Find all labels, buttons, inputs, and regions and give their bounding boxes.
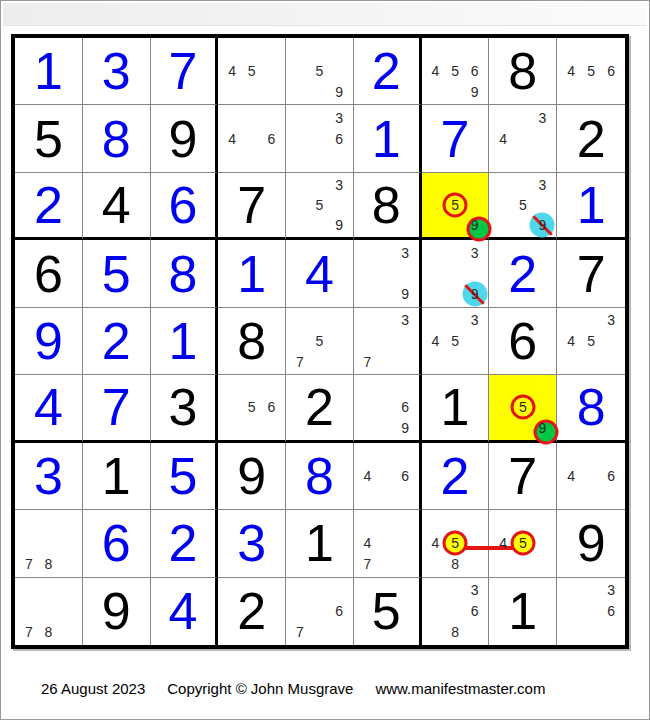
candidate-pos-1: [19, 512, 39, 533]
cell-r1c5[interactable]: 59: [286, 38, 354, 105]
cell-r9c7[interactable]: 368: [422, 578, 490, 645]
candidate-pos-3: 3: [601, 310, 621, 331]
cell-r6c3[interactable]: 3: [151, 375, 219, 442]
candidate-pos-1: [290, 175, 310, 195]
candidate-pos-9: [58, 554, 78, 575]
candidate-pos-7: [426, 351, 446, 372]
candidate-pos-5: [377, 263, 396, 284]
given-digit: 7: [508, 450, 537, 502]
candidate-digit: 4: [432, 63, 440, 79]
candidate-pos-5: 5: [513, 533, 533, 554]
candidate-pos-3: 3: [601, 580, 621, 601]
candidate-pos-2: [310, 310, 330, 331]
candidate-pos-9: [465, 622, 485, 643]
candidate-pos-1: [222, 377, 242, 397]
candidate-digit: 7: [363, 556, 371, 572]
candidate-pos-2: [242, 40, 262, 61]
cell-r8c8[interactable]: 45: [489, 510, 557, 577]
candidate-pos-3: 3: [396, 242, 415, 263]
candidate-digit: 3: [607, 582, 615, 598]
candidate-pos-7: [561, 82, 581, 103]
candidate-pos-2: [445, 310, 465, 331]
solved-digit: 5: [102, 248, 131, 300]
candidate-pos-9: 9: [329, 215, 349, 235]
candidate-grid: 78: [15, 510, 82, 576]
cell-r3c6[interactable]: 8: [354, 173, 422, 240]
cell-r4c9[interactable]: 7: [557, 240, 625, 307]
cell-r2c1[interactable]: 5: [15, 105, 83, 172]
candidate-pos-9: [396, 554, 415, 575]
candidate-pos-7: [493, 215, 513, 235]
cell-r2c4[interactable]: 46: [218, 105, 286, 172]
candidate-grid: 345: [422, 308, 489, 374]
candidate-pos-1: [222, 107, 242, 128]
candidate-digit: 6: [401, 399, 409, 415]
candidate-pos-5: [242, 128, 262, 149]
candidate-pos-8: [377, 486, 396, 507]
cell-r8c4[interactable]: 3: [218, 510, 286, 577]
candidate-pos-9: 9: [533, 215, 553, 235]
cell-r4c5[interactable]: 4: [286, 240, 354, 307]
candidate-pos-9: [601, 622, 621, 643]
cell-r3c8[interactable]: 359: [489, 173, 557, 240]
candidate-pos-1: [493, 512, 513, 533]
candidate-pos-7: [426, 284, 446, 305]
candidate-digit: 4: [228, 131, 236, 147]
candidate-digit: 4: [499, 535, 507, 551]
cell-r9c2[interactable]: 9: [83, 578, 151, 645]
candidate-pos-1: [426, 40, 446, 61]
cell-r3c9[interactable]: 1: [557, 173, 625, 240]
candidate-pos-6: [601, 331, 621, 352]
candidate-pos-7: [493, 418, 513, 438]
cell-r9c6[interactable]: 5: [354, 578, 422, 645]
candidate-pos-5: 5: [513, 195, 533, 215]
cell-r8c6[interactable]: 47: [354, 510, 422, 577]
candidate-pos-8: [445, 215, 465, 235]
cell-r4c2[interactable]: 5: [83, 240, 151, 307]
given-digit: 3: [168, 381, 197, 433]
cell-r8c7[interactable]: 458: [422, 510, 490, 577]
candidate-pos-3: [396, 445, 415, 466]
candidate-pos-4: [358, 397, 377, 417]
cell-r3c7[interactable]: 59: [422, 173, 490, 240]
solved-digit: 6: [102, 517, 131, 569]
candidate-pos-3: [329, 310, 349, 331]
solved-digit: 1: [168, 315, 197, 367]
candidate-pos-3: [262, 107, 282, 128]
candidate-pos-1: [290, 107, 310, 128]
cell-r7c9[interactable]: 46: [557, 443, 625, 510]
candidate-pos-5: 5: [445, 195, 465, 215]
candidate-pos-9: [533, 554, 553, 575]
candidate-pos-2: [445, 40, 465, 61]
candidate-digit: 6: [267, 399, 275, 415]
cell-r5c8[interactable]: 6: [489, 308, 557, 375]
candidate-digit: 9: [335, 217, 343, 233]
candidate-digit: 5: [451, 197, 459, 213]
candidate-pos-3: [396, 512, 415, 533]
candidate-pos-6: [58, 533, 78, 554]
candidate-pos-1: [493, 175, 513, 195]
candidate-pos-5: [377, 533, 396, 554]
candidate-pos-7: 7: [358, 351, 377, 372]
candidate-pos-5: 5: [513, 397, 533, 417]
candidate-pos-9: 9: [533, 418, 553, 438]
candidate-pos-3: [329, 580, 349, 601]
app-window: 1374559245698456589463617342246735985935…: [0, 0, 650, 720]
footer: 26 August 2023Copyright © John Musgravew…: [41, 680, 567, 697]
candidate-pos-1: [561, 445, 581, 466]
candidate-pos-4: 4: [222, 61, 242, 82]
candidate-digit: 8: [44, 556, 52, 572]
candidate-pos-9: [533, 149, 553, 170]
candidate-pos-7: [358, 284, 377, 305]
candidate-digit: 9: [471, 286, 479, 302]
footer-copyright: Copyright © John Musgrave: [167, 680, 353, 697]
cell-r7c1[interactable]: 3: [15, 443, 83, 510]
candidate-pos-5: [39, 601, 59, 622]
candidate-pos-5: 5: [310, 331, 330, 352]
cell-r6c6[interactable]: 69: [354, 375, 422, 442]
candidate-pos-4: 4: [358, 465, 377, 486]
cell-r5c6[interactable]: 37: [354, 308, 422, 375]
cell-r6c4[interactable]: 56: [218, 375, 286, 442]
candidate-digit: 5: [451, 333, 459, 349]
solved-digit: 4: [305, 248, 334, 300]
candidate-grid: 59: [422, 173, 489, 237]
given-digit: 1: [441, 381, 470, 433]
cell-r8c1[interactable]: 78: [15, 510, 83, 577]
cell-r2c5[interactable]: 36: [286, 105, 354, 172]
candidate-pos-8: [310, 351, 330, 372]
solved-digit: 6: [168, 179, 197, 231]
candidate-pos-2: [581, 445, 601, 466]
cell-r6c7[interactable]: 1: [422, 375, 490, 442]
candidate-pos-2: [377, 310, 396, 331]
solved-digit: 2: [34, 179, 63, 231]
candidate-pos-3: 3: [465, 580, 485, 601]
candidate-pos-7: [290, 215, 310, 235]
candidate-pos-6: [396, 331, 415, 352]
cell-r9c1[interactable]: 78: [15, 578, 83, 645]
cell-r9c3[interactable]: 4: [151, 578, 219, 645]
candidate-pos-3: [465, 175, 485, 195]
solved-digit: 2: [441, 450, 470, 502]
candidate-pos-6: 6: [396, 465, 415, 486]
candidate-digit: 5: [519, 197, 527, 213]
candidate-digit: 6: [471, 63, 479, 79]
candidate-pos-8: [310, 149, 330, 170]
candidate-digit: 3: [539, 177, 547, 193]
candidate-pos-1: [561, 580, 581, 601]
cell-r4c3[interactable]: 8: [151, 240, 219, 307]
candidate-digit: 5: [451, 535, 459, 551]
candidate-pos-9: [396, 351, 415, 372]
solved-digit: 3: [102, 45, 131, 97]
candidate-pos-7: 7: [358, 554, 377, 575]
candidate-pos-8: 8: [445, 554, 465, 575]
candidate-pos-9: [329, 622, 349, 643]
candidate-digit: 8: [451, 624, 459, 640]
cell-r2c2[interactable]: 8: [83, 105, 151, 172]
cell-r5c9[interactable]: 345: [557, 308, 625, 375]
candidate-pos-5: 5: [242, 61, 262, 82]
candidate-grid: 56: [218, 375, 285, 439]
candidate-pos-3: [58, 512, 78, 533]
cell-r5c1[interactable]: 9: [15, 308, 83, 375]
candidate-grid: 67: [286, 578, 353, 645]
candidate-pos-3: 3: [465, 242, 485, 263]
cell-r7c8[interactable]: 7: [489, 443, 557, 510]
cell-r1c3[interactable]: 7: [151, 38, 219, 105]
candidate-pos-9: [601, 82, 621, 103]
cell-r9c8[interactable]: 1: [489, 578, 557, 645]
cell-r2c9[interactable]: 2: [557, 105, 625, 172]
candidate-grid: 57: [286, 308, 353, 374]
candidate-pos-4: 4: [222, 128, 242, 149]
candidate-pos-1: [358, 310, 377, 331]
candidate-pos-5: [581, 601, 601, 622]
candidate-pos-2: [242, 377, 262, 397]
cell-r8c2[interactable]: 6: [83, 510, 151, 577]
candidate-digit: 4: [228, 63, 236, 79]
cell-r4c4[interactable]: 1: [218, 240, 286, 307]
cell-r1c2[interactable]: 3: [83, 38, 151, 105]
cell-r1c4[interactable]: 45: [218, 38, 286, 105]
cell-r4c8[interactable]: 2: [489, 240, 557, 307]
given-digit: 1: [305, 517, 334, 569]
candidate-pos-7: [561, 486, 581, 507]
candidate-grid: 34: [489, 105, 556, 171]
candidate-pos-3: 3: [329, 175, 349, 195]
solved-digit: 3: [237, 517, 266, 569]
candidate-pos-5: 5: [242, 397, 262, 417]
candidate-pos-8: [377, 418, 396, 438]
given-digit: 9: [168, 113, 197, 165]
cell-r3c4[interactable]: 7: [218, 173, 286, 240]
candidate-pos-6: 6: [465, 61, 485, 82]
cell-r1c8[interactable]: 8: [489, 38, 557, 105]
cell-r4c1[interactable]: 6: [15, 240, 83, 307]
candidate-pos-7: [358, 418, 377, 438]
candidate-digit: 5: [248, 63, 256, 79]
candidate-digit: 9: [401, 286, 409, 302]
candidate-digit: 4: [567, 63, 575, 79]
candidate-pos-8: [310, 82, 330, 103]
cell-r7c5[interactable]: 8: [286, 443, 354, 510]
given-digit: 1: [508, 585, 537, 637]
cell-r7c6[interactable]: 46: [354, 443, 422, 510]
candidate-grid: 46: [354, 443, 419, 509]
cell-r3c2[interactable]: 4: [83, 173, 151, 240]
candidate-pos-9: 9: [465, 284, 485, 305]
cell-r2c7[interactable]: 7: [422, 105, 490, 172]
cell-r7c7[interactable]: 2: [422, 443, 490, 510]
candidate-pos-8: [310, 622, 330, 643]
candidate-digit: 5: [451, 63, 459, 79]
cell-r9c5[interactable]: 67: [286, 578, 354, 645]
cell-r3c1[interactable]: 2: [15, 173, 83, 240]
candidate-pos-5: [513, 128, 533, 149]
cell-r1c6[interactable]: 2: [354, 38, 422, 105]
candidate-pos-6: [465, 533, 485, 554]
candidate-pos-1: [358, 377, 377, 397]
candidate-digit: 9: [335, 84, 343, 100]
candidate-pos-2: [310, 40, 330, 61]
candidate-digit: 6: [607, 603, 615, 619]
cell-r7c3[interactable]: 5: [151, 443, 219, 510]
candidate-pos-5: 5: [581, 331, 601, 352]
candidate-grid: 59: [489, 375, 556, 439]
candidate-digit: 7: [25, 624, 33, 640]
candidate-pos-7: [222, 418, 242, 438]
candidate-pos-4: 4: [426, 331, 446, 352]
candidate-pos-2: [445, 512, 465, 533]
cell-r1c9[interactable]: 456: [557, 38, 625, 105]
candidate-pos-4: 4: [561, 331, 581, 352]
cell-r4c7[interactable]: 39: [422, 240, 490, 307]
solved-digit: 7: [168, 45, 197, 97]
candidate-pos-8: [310, 215, 330, 235]
candidate-digit: 3: [335, 177, 343, 193]
candidate-pos-4: 4: [426, 61, 446, 82]
candidate-pos-3: [262, 40, 282, 61]
given-digit: 6: [508, 315, 537, 367]
candidate-pos-7: [358, 486, 377, 507]
candidate-grid: 39: [422, 240, 489, 306]
candidate-pos-9: 9: [396, 284, 415, 305]
given-digit: 2: [237, 585, 266, 637]
candidate-pos-8: [581, 82, 601, 103]
cell-r7c2[interactable]: 1: [83, 443, 151, 510]
candidate-pos-9: [262, 418, 282, 438]
candidate-pos-9: [601, 486, 621, 507]
candidate-pos-5: 5: [310, 61, 330, 82]
solved-digit: 4: [34, 381, 63, 433]
candidate-pos-5: [310, 128, 330, 149]
cell-r2c8[interactable]: 34: [489, 105, 557, 172]
candidate-pos-4: 4: [493, 128, 513, 149]
cell-r5c2[interactable]: 2: [83, 308, 151, 375]
candidate-pos-2: [513, 175, 533, 195]
cell-r1c1[interactable]: 1: [15, 38, 83, 105]
solved-digit: 3: [34, 450, 63, 502]
solved-digit: 7: [102, 381, 131, 433]
candidate-pos-2: [513, 512, 533, 533]
candidate-digit: 3: [607, 312, 615, 328]
candidate-pos-7: [426, 554, 446, 575]
cell-r2c3[interactable]: 9: [151, 105, 219, 172]
cell-r6c1[interactable]: 4: [15, 375, 83, 442]
candidate-pos-8: [377, 554, 396, 575]
cell-r8c5[interactable]: 1: [286, 510, 354, 577]
cell-r6c8[interactable]: 59: [489, 375, 557, 442]
cell-r8c3[interactable]: 2: [151, 510, 219, 577]
candidate-pos-2: [377, 512, 396, 533]
candidate-digit: 7: [296, 624, 304, 640]
cell-r2c6[interactable]: 1: [354, 105, 422, 172]
cell-r5c3[interactable]: 1: [151, 308, 219, 375]
cell-r9c9[interactable]: 36: [557, 578, 625, 645]
candidate-digit: 6: [335, 603, 343, 619]
cell-r7c4[interactable]: 9: [218, 443, 286, 510]
cell-r5c5[interactable]: 57: [286, 308, 354, 375]
candidate-pos-1: [358, 445, 377, 466]
candidate-pos-8: [581, 622, 601, 643]
candidate-pos-3: [533, 377, 553, 397]
candidate-pos-5: 5: [445, 61, 465, 82]
candidate-grid: 36: [286, 105, 353, 171]
cell-r5c4[interactable]: 8: [218, 308, 286, 375]
cell-r6c5[interactable]: 2: [286, 375, 354, 442]
given-digit: 9: [237, 450, 266, 502]
cell-r6c2[interactable]: 7: [83, 375, 151, 442]
candidate-digit: 4: [499, 131, 507, 147]
candidate-pos-8: [513, 418, 533, 438]
cell-r3c3[interactable]: 6: [151, 173, 219, 240]
candidate-pos-8: [377, 284, 396, 305]
candidate-pos-4: [19, 601, 39, 622]
cell-r1c7[interactable]: 4569: [422, 38, 490, 105]
candidate-digit: 3: [539, 110, 547, 126]
candidate-pos-5: [39, 533, 59, 554]
given-digit: 9: [577, 517, 606, 569]
cell-r8c9[interactable]: 9: [557, 510, 625, 577]
candidate-pos-5: [445, 601, 465, 622]
cell-r4c6[interactable]: 39: [354, 240, 422, 307]
candidate-pos-8: 8: [39, 554, 59, 575]
given-digit: 7: [577, 248, 606, 300]
candidate-pos-1: [426, 242, 446, 263]
candidate-grid: 45: [489, 510, 556, 576]
solved-digit: 2: [168, 517, 197, 569]
solved-digit: 2: [508, 248, 537, 300]
candidate-pos-7: [290, 82, 310, 103]
candidate-pos-7: [493, 149, 513, 170]
candidate-pos-2: [310, 175, 330, 195]
candidate-grid: 37: [354, 308, 419, 374]
candidate-digit: 5: [519, 535, 527, 551]
candidate-pos-7: 7: [19, 622, 39, 643]
candidate-pos-1: [493, 377, 513, 397]
candidate-grid: 458: [422, 510, 489, 576]
candidate-pos-7: [290, 149, 310, 170]
candidate-digit: 3: [401, 245, 409, 261]
candidate-pos-6: 6: [329, 128, 349, 149]
candidate-pos-2: [581, 310, 601, 331]
candidate-digit: 5: [316, 197, 324, 213]
candidate-pos-1: [19, 580, 39, 601]
candidate-pos-1: [222, 40, 242, 61]
candidate-pos-5: 5: [581, 61, 601, 82]
candidate-pos-7: 7: [19, 554, 39, 575]
cell-r6c9[interactable]: 8: [557, 375, 625, 442]
cell-r3c5[interactable]: 359: [286, 173, 354, 240]
candidate-pos-6: 6: [262, 397, 282, 417]
candidate-pos-4: [561, 601, 581, 622]
candidate-pos-1: [561, 310, 581, 331]
candidate-pos-4: [19, 533, 39, 554]
candidate-pos-8: [445, 82, 465, 103]
candidate-digit: 5: [587, 63, 595, 79]
cell-r9c4[interactable]: 2: [218, 578, 286, 645]
cell-r5c7[interactable]: 345: [422, 308, 490, 375]
candidate-pos-6: [465, 195, 485, 215]
candidate-pos-3: [465, 40, 485, 61]
candidate-pos-4: [290, 61, 310, 82]
candidate-pos-9: [396, 486, 415, 507]
